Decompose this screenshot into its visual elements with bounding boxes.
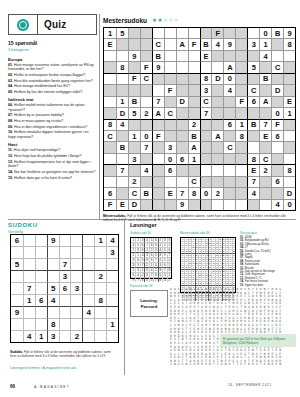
cell-r16c13[interactable] bbox=[247, 199, 259, 210]
cell-r10c4[interactable]: 0 bbox=[140, 130, 152, 141]
cell-r11c7[interactable] bbox=[176, 141, 188, 152]
cell-r2c5[interactable] bbox=[59, 246, 71, 258]
cell-r4c5[interactable]: 3 bbox=[59, 270, 71, 282]
cell-r10c1[interactable]: C bbox=[104, 130, 116, 141]
cell-r11c11[interactable]: C bbox=[223, 141, 235, 152]
cell-r2c8[interactable] bbox=[94, 246, 106, 258]
cell-r7c10[interactable] bbox=[211, 96, 223, 107]
cell-r4c1[interactable] bbox=[104, 61, 116, 72]
cell-r4c10[interactable] bbox=[211, 61, 223, 72]
cell-r7c4[interactable] bbox=[47, 306, 59, 318]
cell-r11c13[interactable] bbox=[247, 141, 259, 152]
cell-r5c6[interactable] bbox=[164, 73, 176, 84]
cell-r9c10[interactable] bbox=[211, 119, 223, 130]
cell-r7c14[interactable]: A bbox=[259, 96, 271, 107]
cell-r8c3[interactable]: 5 bbox=[128, 107, 140, 118]
cell-r10c3[interactable]: 1 bbox=[128, 130, 140, 141]
cell-r3c4[interactable] bbox=[140, 50, 152, 61]
cell-r8c11[interactable] bbox=[223, 107, 235, 118]
cell-r3c11[interactable] bbox=[223, 50, 235, 61]
cell-r3c3[interactable]: 9 bbox=[128, 50, 140, 61]
cell-r11c12[interactable] bbox=[235, 141, 247, 152]
cell-r7c5[interactable] bbox=[59, 306, 71, 318]
cell-r16c12[interactable] bbox=[235, 199, 247, 210]
cell-r16c1[interactable]: F bbox=[104, 199, 116, 210]
cell-r3c9[interactable] bbox=[106, 258, 118, 270]
cell-r7c4[interactable] bbox=[140, 96, 152, 107]
cell-r15c12[interactable] bbox=[235, 187, 247, 198]
cell-r7c9[interactable] bbox=[106, 306, 118, 318]
cell-r1c10[interactable]: F bbox=[211, 28, 223, 38]
cell-r15c10[interactable]: 2 bbox=[211, 187, 223, 198]
cell-r11c15[interactable] bbox=[271, 141, 283, 152]
cell-r9c11[interactable]: 6 bbox=[223, 119, 235, 130]
cell-r13c15[interactable] bbox=[271, 164, 283, 175]
cell-r10c13[interactable] bbox=[247, 130, 259, 141]
cell-r9c4[interactable]: 3 bbox=[47, 330, 59, 342]
cell-r1c1[interactable]: 6 bbox=[11, 235, 23, 246]
cell-r13c7[interactable] bbox=[176, 164, 188, 175]
cell-r16c5[interactable] bbox=[152, 199, 164, 210]
cell-r6c1[interactable] bbox=[11, 294, 23, 306]
cell-r15c16[interactable]: D bbox=[283, 187, 295, 198]
cell-r7c13[interactable]: 6 bbox=[247, 96, 259, 107]
cell-r13c12[interactable] bbox=[235, 164, 247, 175]
cell-r10c16[interactable] bbox=[283, 130, 295, 141]
cell-r6c9[interactable] bbox=[106, 294, 118, 306]
cell-r1c14[interactable]: 0 bbox=[259, 28, 271, 38]
cell-r3c13[interactable] bbox=[247, 50, 259, 61]
cell-r15c15[interactable] bbox=[271, 187, 283, 198]
cell-r7c6[interactable] bbox=[164, 96, 176, 107]
cell-r1c8[interactable] bbox=[188, 28, 200, 38]
cell-r11c1[interactable] bbox=[104, 141, 116, 152]
cell-r4c4[interactable]: F bbox=[140, 61, 152, 72]
cell-r4c6[interactable] bbox=[70, 270, 82, 282]
cell-r9c13[interactable]: B bbox=[247, 119, 259, 130]
cell-r1c12[interactable] bbox=[235, 28, 247, 38]
cell-r8c12[interactable] bbox=[235, 107, 247, 118]
cell-r10c9[interactable] bbox=[200, 130, 212, 141]
cell-r15c9[interactable]: 0 bbox=[200, 187, 212, 198]
cell-r10c2[interactable] bbox=[116, 130, 128, 141]
cell-r3c5[interactable]: 7 bbox=[59, 258, 71, 270]
cell-r10c15[interactable]: 6 bbox=[271, 130, 283, 141]
cell-r3c1[interactable] bbox=[104, 50, 116, 61]
cell-r7c2[interactable]: 1 bbox=[116, 96, 128, 107]
cell-r11c14[interactable] bbox=[259, 141, 271, 152]
cell-r5c12[interactable] bbox=[235, 73, 247, 84]
cell-r2c5[interactable]: C bbox=[152, 38, 164, 49]
cell-r14c9[interactable] bbox=[200, 176, 212, 187]
cell-r15c6[interactable]: E bbox=[164, 187, 176, 198]
cell-r16c4[interactable] bbox=[140, 199, 152, 210]
cell-r3c2[interactable] bbox=[116, 50, 128, 61]
cell-r5c8[interactable] bbox=[188, 73, 200, 84]
cell-r15c1[interactable]: 6 bbox=[104, 187, 116, 198]
cell-r13c3[interactable] bbox=[128, 164, 140, 175]
cell-r6c12[interactable] bbox=[235, 84, 247, 95]
cell-r10c10[interactable]: A bbox=[211, 130, 223, 141]
cell-r2c14[interactable]: 1 bbox=[259, 38, 271, 49]
cell-r2c9[interactable]: 3 bbox=[106, 246, 118, 258]
cell-r8c8[interactable] bbox=[188, 107, 200, 118]
cell-r14c15[interactable]: 6 bbox=[271, 176, 283, 187]
cell-r1c8[interactable]: 1 bbox=[94, 235, 106, 246]
cell-r3c5[interactable]: B bbox=[152, 50, 164, 61]
cell-r13c9[interactable] bbox=[200, 164, 212, 175]
cell-r12c6[interactable]: 0 bbox=[164, 153, 176, 164]
cell-r13c14[interactable]: 2 bbox=[259, 164, 271, 175]
cell-r15c5[interactable] bbox=[152, 187, 164, 198]
cell-r7c16[interactable]: E bbox=[283, 96, 295, 107]
cell-r5c13[interactable] bbox=[247, 73, 259, 84]
cell-r1c9[interactable]: 4 bbox=[106, 235, 118, 246]
cell-r6c10[interactable] bbox=[211, 84, 223, 95]
cell-r3c8[interactable] bbox=[188, 50, 200, 61]
cell-r14c3[interactable]: 2 bbox=[128, 176, 140, 187]
cell-r6c4[interactable] bbox=[140, 84, 152, 95]
cell-r10c11[interactable] bbox=[223, 130, 235, 141]
cell-r4c1[interactable] bbox=[11, 270, 23, 282]
cell-r7c7[interactable]: 4 bbox=[82, 306, 94, 318]
cell-r2c2[interactable] bbox=[116, 38, 128, 49]
cell-r13c8[interactable] bbox=[188, 164, 200, 175]
cell-r1c9[interactable] bbox=[200, 28, 212, 38]
cell-r4c7[interactable] bbox=[176, 61, 188, 72]
cell-r1c7[interactable] bbox=[176, 28, 188, 38]
cell-r5c7[interactable] bbox=[82, 282, 94, 294]
cell-r9c6[interactable]: 2 bbox=[70, 330, 82, 342]
cell-r2c10[interactable]: 4 bbox=[211, 38, 223, 49]
cell-r13c5[interactable] bbox=[152, 164, 164, 175]
cell-r6c14[interactable] bbox=[259, 84, 271, 95]
cell-r15c3[interactable]: C bbox=[128, 187, 140, 198]
cell-r16c9[interactable] bbox=[200, 199, 212, 210]
cell-r10c12[interactable]: 8 bbox=[235, 130, 247, 141]
cell-r4c7[interactable] bbox=[82, 270, 94, 282]
cell-r5c11[interactable]: 0 bbox=[223, 73, 235, 84]
cell-r10c6[interactable] bbox=[164, 130, 176, 141]
cell-r2c15[interactable] bbox=[271, 38, 283, 49]
cell-r14c16[interactable] bbox=[283, 176, 295, 187]
cell-r1c11[interactable] bbox=[223, 28, 235, 38]
cell-r12c9[interactable] bbox=[200, 153, 212, 164]
cell-r3c1[interactable]: 5 bbox=[11, 258, 23, 270]
cell-r8c7[interactable] bbox=[176, 107, 188, 118]
cell-r7c3[interactable] bbox=[35, 306, 47, 318]
cell-r12c11[interactable] bbox=[223, 153, 235, 164]
cell-r8c5[interactable]: A bbox=[152, 107, 164, 118]
cell-r2c7[interactable] bbox=[82, 246, 94, 258]
cell-r1c16[interactable]: 9 bbox=[283, 28, 295, 38]
cell-r7c6[interactable] bbox=[70, 306, 82, 318]
cell-r2c7[interactable]: A bbox=[176, 38, 188, 49]
cell-r12c7[interactable]: 6 bbox=[176, 153, 188, 164]
cell-r4c12[interactable] bbox=[235, 61, 247, 72]
cell-r7c3[interactable]: B bbox=[128, 96, 140, 107]
cell-r2c12[interactable] bbox=[235, 38, 247, 49]
cell-r12c5[interactable] bbox=[152, 153, 164, 164]
sudoku-grid[interactable]: 6914357327563164894814132 bbox=[10, 234, 119, 343]
cell-r8c9[interactable]: 1 bbox=[106, 318, 118, 330]
cell-r1c2[interactable] bbox=[23, 235, 35, 246]
cell-r15c14[interactable] bbox=[259, 187, 271, 198]
cell-r5c4[interactable]: 5 bbox=[47, 282, 59, 294]
cell-r12c13[interactable]: 8 bbox=[247, 153, 259, 164]
cell-r4c13[interactable]: 5 bbox=[247, 61, 259, 72]
cell-r7c15[interactable] bbox=[271, 96, 283, 107]
cell-r5c3[interactable] bbox=[35, 282, 47, 294]
cell-r10c14[interactable]: E bbox=[259, 130, 271, 141]
cell-r1c13[interactable] bbox=[247, 28, 259, 38]
cell-r12c16[interactable] bbox=[283, 153, 295, 164]
cell-r1c6[interactable] bbox=[164, 28, 176, 38]
cell-r5c2[interactable]: 7 bbox=[23, 282, 35, 294]
cell-r9c16[interactable] bbox=[283, 119, 295, 130]
cell-r12c3[interactable]: 3 bbox=[128, 153, 140, 164]
cell-r8c7[interactable] bbox=[82, 318, 94, 330]
cell-r7c12[interactable]: F bbox=[235, 96, 247, 107]
cell-r16c3[interactable]: D bbox=[128, 199, 140, 210]
cell-r7c9[interactable]: C bbox=[200, 96, 212, 107]
cell-r5c6[interactable]: 3 bbox=[70, 282, 82, 294]
cell-r9c7[interactable] bbox=[176, 119, 188, 130]
cell-r16c10[interactable] bbox=[211, 199, 223, 210]
cell-r3c12[interactable] bbox=[235, 50, 247, 61]
cell-r11c6[interactable]: 3 bbox=[164, 141, 176, 152]
cell-r14c12[interactable] bbox=[235, 176, 247, 187]
cell-r14c5[interactable] bbox=[152, 176, 164, 187]
cell-r14c6[interactable] bbox=[164, 176, 176, 187]
cell-r5c3[interactable]: F bbox=[128, 73, 140, 84]
cell-r5c9[interactable] bbox=[106, 282, 118, 294]
cell-r11c5[interactable] bbox=[152, 141, 164, 152]
cell-r9c1[interactable] bbox=[11, 330, 23, 342]
cell-r6c2[interactable] bbox=[116, 84, 128, 95]
cell-r14c1[interactable] bbox=[104, 176, 116, 187]
cell-r8c6[interactable]: C bbox=[164, 107, 176, 118]
cell-r8c5[interactable] bbox=[59, 318, 71, 330]
cell-r8c14[interactable] bbox=[259, 107, 271, 118]
cell-r2c16[interactable]: 8 bbox=[283, 38, 295, 49]
cell-r6c13[interactable]: C bbox=[247, 84, 259, 95]
cell-r3c16[interactable] bbox=[283, 50, 295, 61]
cell-r4c3[interactable] bbox=[128, 61, 140, 72]
cell-r7c5[interactable]: 7 bbox=[152, 96, 164, 107]
cell-r5c14[interactable]: B bbox=[259, 73, 271, 84]
cell-r8c16[interactable]: 1 bbox=[283, 107, 295, 118]
cell-r2c1[interactable]: E bbox=[104, 38, 116, 49]
cell-r1c15[interactable]: B bbox=[271, 28, 283, 38]
cell-r10c8[interactable]: B bbox=[188, 130, 200, 141]
cell-r2c6[interactable] bbox=[164, 38, 176, 49]
cell-r9c2[interactable]: 4 bbox=[116, 119, 128, 130]
cell-r15c2[interactable] bbox=[116, 187, 128, 198]
cell-r8c1[interactable] bbox=[104, 107, 116, 118]
cell-r9c6[interactable] bbox=[164, 119, 176, 130]
cell-r9c9[interactable] bbox=[200, 119, 212, 130]
cell-r14c10[interactable] bbox=[211, 176, 223, 187]
cell-r11c9[interactable] bbox=[200, 141, 212, 152]
cell-r6c7[interactable] bbox=[82, 294, 94, 306]
cell-r7c7[interactable]: D bbox=[176, 96, 188, 107]
cell-r6c5[interactable] bbox=[59, 294, 71, 306]
cell-r8c8[interactable] bbox=[94, 318, 106, 330]
cell-r5c5[interactable]: 6 bbox=[59, 282, 71, 294]
cell-r4c8[interactable]: 2 bbox=[94, 270, 106, 282]
cell-r13c11[interactable] bbox=[223, 164, 235, 175]
cell-r15c11[interactable] bbox=[223, 187, 235, 198]
cell-r15c13[interactable]: 4 bbox=[247, 187, 259, 198]
cell-r6c16[interactable] bbox=[283, 84, 295, 95]
cell-r14c13[interactable]: 7 bbox=[247, 176, 259, 187]
cell-r2c9[interactable]: B bbox=[200, 38, 212, 49]
cell-r2c3[interactable] bbox=[128, 38, 140, 49]
cell-r4c16[interactable] bbox=[283, 61, 295, 72]
cell-r14c11[interactable] bbox=[223, 176, 235, 187]
cell-r9c15[interactable]: F bbox=[271, 119, 283, 130]
cell-r14c7[interactable] bbox=[176, 176, 188, 187]
cell-r9c8[interactable] bbox=[94, 330, 106, 342]
cell-r7c8[interactable] bbox=[94, 306, 106, 318]
cell-r9c5[interactable] bbox=[59, 330, 71, 342]
cell-r9c9[interactable] bbox=[106, 330, 118, 342]
cell-r13c6[interactable]: 6 bbox=[164, 164, 176, 175]
cell-r9c7[interactable] bbox=[82, 330, 94, 342]
cell-r12c1[interactable] bbox=[104, 153, 116, 164]
cell-r5c10[interactable]: D bbox=[211, 73, 223, 84]
cell-r4c3[interactable] bbox=[35, 270, 47, 282]
cell-r9c14[interactable]: 7 bbox=[259, 119, 271, 130]
cell-r9c8[interactable]: 2 bbox=[188, 119, 200, 130]
cell-r6c9[interactable]: 3 bbox=[200, 84, 212, 95]
cell-r10c5[interactable]: F bbox=[152, 130, 164, 141]
cell-r11c2[interactable]: B bbox=[116, 141, 128, 152]
cell-r15c7[interactable]: 7 bbox=[176, 187, 188, 198]
cell-r12c14[interactable]: C bbox=[259, 153, 271, 164]
cell-r12c2[interactable] bbox=[116, 153, 128, 164]
cell-r16c8[interactable] bbox=[188, 199, 200, 210]
cell-r5c1[interactable] bbox=[11, 282, 23, 294]
cell-r3c8[interactable] bbox=[94, 258, 106, 270]
cell-r12c15[interactable] bbox=[271, 153, 283, 164]
cell-r15c4[interactable]: B bbox=[140, 187, 152, 198]
cell-r8c10[interactable] bbox=[211, 107, 223, 118]
cell-r1c5[interactable] bbox=[152, 28, 164, 38]
cell-r5c1[interactable] bbox=[104, 73, 116, 84]
cell-r5c9[interactable]: 8 bbox=[200, 73, 212, 84]
cell-r14c2[interactable] bbox=[116, 176, 128, 187]
cell-r3c14[interactable]: 4 bbox=[259, 50, 271, 61]
cell-r12c10[interactable] bbox=[211, 153, 223, 164]
cell-r8c15[interactable]: 0 bbox=[271, 107, 283, 118]
cell-r2c2[interactable] bbox=[23, 246, 35, 258]
cell-r6c4[interactable]: 4 bbox=[47, 294, 59, 306]
cell-r16c11[interactable] bbox=[223, 199, 235, 210]
cell-r4c5[interactable]: 9 bbox=[152, 61, 164, 72]
cell-r7c8[interactable] bbox=[188, 96, 200, 107]
cell-r3c4[interactable] bbox=[47, 258, 59, 270]
cell-r13c10[interactable] bbox=[211, 164, 223, 175]
cell-r1c7[interactable] bbox=[82, 235, 94, 246]
cell-r6c6[interactable]: F bbox=[164, 84, 176, 95]
cell-r4c15[interactable]: C bbox=[271, 61, 283, 72]
cell-r1c3[interactable] bbox=[128, 28, 140, 38]
cell-r8c1[interactable] bbox=[11, 318, 23, 330]
cell-r2c4[interactable] bbox=[140, 38, 152, 49]
cell-r11c16[interactable] bbox=[283, 141, 295, 152]
cell-r5c8[interactable] bbox=[94, 282, 106, 294]
cell-r4c2[interactable]: 8 bbox=[116, 61, 128, 72]
cell-r3c6[interactable] bbox=[164, 50, 176, 61]
cell-r6c11[interactable]: 4 bbox=[223, 84, 235, 95]
cell-r11c8[interactable]: A bbox=[188, 141, 200, 152]
cell-r11c3[interactable] bbox=[128, 141, 140, 152]
cell-r15c8[interactable]: 8 bbox=[188, 187, 200, 198]
cell-r14c8[interactable]: C bbox=[188, 176, 200, 187]
cell-r1c4[interactable]: 9 bbox=[47, 235, 59, 246]
cell-r9c3[interactable]: 1 bbox=[35, 330, 47, 342]
cell-r4c6[interactable] bbox=[164, 61, 176, 72]
cell-r4c14[interactable] bbox=[259, 61, 271, 72]
cell-r6c15[interactable]: D bbox=[271, 84, 283, 95]
cell-r3c7[interactable] bbox=[176, 50, 188, 61]
cell-r8c9[interactable]: 7 bbox=[200, 107, 212, 118]
cell-r2c6[interactable] bbox=[70, 246, 82, 258]
cell-r3c3[interactable] bbox=[35, 258, 47, 270]
cell-r9c1[interactable]: 8 bbox=[104, 119, 116, 130]
cell-r7c1[interactable]: 9 bbox=[11, 306, 23, 318]
cell-r12c8[interactable]: 1 bbox=[188, 153, 200, 164]
cell-r2c4[interactable] bbox=[47, 246, 59, 258]
cell-r1c3[interactable] bbox=[35, 235, 47, 246]
cell-r3c6[interactable] bbox=[70, 258, 82, 270]
mestersudoku-grid[interactable]: 15F0B9ECAFB493189BE48F9A5CFC8D0BF34CD1B7… bbox=[103, 27, 296, 211]
cell-r2c3[interactable] bbox=[35, 246, 47, 258]
cell-r9c3[interactable] bbox=[128, 119, 140, 130]
cell-r6c5[interactable] bbox=[152, 84, 164, 95]
cell-r8c2[interactable]: D bbox=[116, 107, 128, 118]
cell-r14c4[interactable] bbox=[140, 176, 152, 187]
cell-r5c7[interactable] bbox=[176, 73, 188, 84]
cell-r4c11[interactable]: A bbox=[223, 61, 235, 72]
cell-r7c2[interactable] bbox=[23, 306, 35, 318]
cell-r2c13[interactable]: 3 bbox=[247, 38, 259, 49]
cell-r9c5[interactable] bbox=[152, 119, 164, 130]
cell-r8c4[interactable]: 8 bbox=[47, 318, 59, 330]
cell-r8c4[interactable]: 2 bbox=[140, 107, 152, 118]
cell-r13c13[interactable]: E bbox=[247, 164, 259, 175]
cell-r16c14[interactable] bbox=[259, 199, 271, 210]
cell-r8c6[interactable] bbox=[70, 318, 82, 330]
cell-r5c2[interactable] bbox=[116, 73, 128, 84]
cell-r9c12[interactable]: 1 bbox=[235, 119, 247, 130]
cell-r7c11[interactable] bbox=[223, 96, 235, 107]
cell-r13c4[interactable]: 4 bbox=[140, 164, 152, 175]
cell-r7c1[interactable] bbox=[104, 96, 116, 107]
cell-r4c4[interactable] bbox=[47, 270, 59, 282]
cell-r6c8[interactable] bbox=[188, 84, 200, 95]
cell-r1c6[interactable] bbox=[70, 235, 82, 246]
cell-r8c3[interactable] bbox=[35, 318, 47, 330]
cell-r6c1[interactable] bbox=[104, 84, 116, 95]
cell-r6c3[interactable] bbox=[128, 84, 140, 95]
cell-r4c2[interactable] bbox=[23, 270, 35, 282]
cell-r12c12[interactable] bbox=[235, 153, 247, 164]
cell-r16c15[interactable]: 4 bbox=[271, 199, 283, 210]
cell-r3c2[interactable] bbox=[23, 258, 35, 270]
